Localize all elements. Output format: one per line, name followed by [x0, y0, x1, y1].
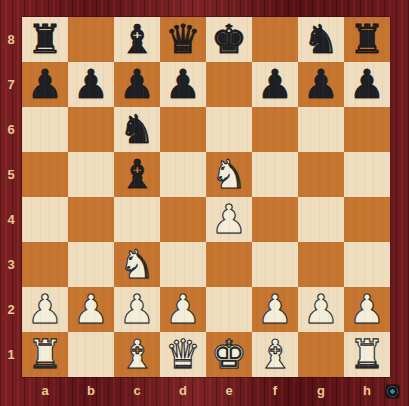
square-h6[interactable] — [344, 107, 390, 152]
square-c3[interactable]: ♞ — [114, 242, 160, 287]
piece-black-rook[interactable]: ♜ — [349, 17, 385, 62]
square-f1[interactable]: ♝ — [252, 332, 298, 377]
square-a4[interactable] — [22, 197, 68, 242]
square-f5[interactable] — [252, 152, 298, 197]
piece-white-king[interactable]: ♚ — [211, 332, 247, 377]
piece-white-pawn[interactable]: ♟ — [73, 287, 109, 332]
square-b6[interactable] — [68, 107, 114, 152]
square-b7[interactable]: ♟ — [68, 62, 114, 107]
square-b5[interactable] — [68, 152, 114, 197]
piece-white-pawn[interactable]: ♟ — [211, 197, 247, 242]
piece-black-pawn[interactable]: ♟ — [27, 62, 63, 107]
square-d5[interactable] — [160, 152, 206, 197]
square-c2[interactable]: ♟ — [114, 287, 160, 332]
piece-black-knight[interactable]: ♞ — [303, 17, 339, 62]
square-a8[interactable]: ♜ — [22, 17, 68, 62]
rank-label-1: 1 — [0, 332, 22, 377]
corner-dot-icon[interactable] — [386, 385, 399, 398]
rank-label-6: 6 — [0, 107, 22, 152]
square-a7[interactable]: ♟ — [22, 62, 68, 107]
file-label-a: a — [22, 377, 68, 406]
square-a3[interactable] — [22, 242, 68, 287]
square-g8[interactable]: ♞ — [298, 17, 344, 62]
piece-black-pawn[interactable]: ♟ — [303, 62, 339, 107]
piece-white-knight[interactable]: ♞ — [211, 152, 247, 197]
piece-white-pawn[interactable]: ♟ — [349, 287, 385, 332]
rank-label-3: 3 — [0, 242, 22, 287]
piece-white-pawn[interactable]: ♟ — [119, 287, 155, 332]
piece-black-bishop[interactable]: ♝ — [119, 152, 155, 197]
piece-black-knight[interactable]: ♞ — [119, 107, 155, 152]
piece-white-bishop[interactable]: ♝ — [257, 332, 293, 377]
square-h5[interactable] — [344, 152, 390, 197]
square-g5[interactable] — [298, 152, 344, 197]
piece-black-pawn[interactable]: ♟ — [257, 62, 293, 107]
square-b8[interactable] — [68, 17, 114, 62]
square-b2[interactable]: ♟ — [68, 287, 114, 332]
square-b1[interactable] — [68, 332, 114, 377]
square-c6[interactable]: ♞ — [114, 107, 160, 152]
square-e2[interactable] — [206, 287, 252, 332]
square-a6[interactable] — [22, 107, 68, 152]
square-f7[interactable]: ♟ — [252, 62, 298, 107]
square-h8[interactable]: ♜ — [344, 17, 390, 62]
square-h3[interactable] — [344, 242, 390, 287]
rank-label-2: 2 — [0, 287, 22, 332]
square-a2[interactable]: ♟ — [22, 287, 68, 332]
square-g4[interactable] — [298, 197, 344, 242]
file-label-c: c — [114, 377, 160, 406]
square-d7[interactable]: ♟ — [160, 62, 206, 107]
square-d4[interactable] — [160, 197, 206, 242]
square-c7[interactable]: ♟ — [114, 62, 160, 107]
square-h7[interactable]: ♟ — [344, 62, 390, 107]
square-g6[interactable] — [298, 107, 344, 152]
square-a5[interactable] — [22, 152, 68, 197]
piece-white-pawn[interactable]: ♟ — [165, 287, 201, 332]
file-label-g: g — [298, 377, 344, 406]
file-label-b: b — [68, 377, 114, 406]
piece-black-pawn[interactable]: ♟ — [165, 62, 201, 107]
square-b4[interactable] — [68, 197, 114, 242]
rank-label-7: 7 — [0, 62, 22, 107]
rank-label-8: 8 — [0, 17, 22, 62]
square-f4[interactable] — [252, 197, 298, 242]
rank-label-5: 5 — [0, 152, 22, 197]
chess-board: ♜♝♛♚♞♜♟♟♟♟♟♟♟♞♝♞♟♞♟♟♟♟♟♟♟♜♝♛♚♝♜ — [22, 17, 390, 377]
square-a1[interactable]: ♜ — [22, 332, 68, 377]
square-e3[interactable] — [206, 242, 252, 287]
piece-white-knight[interactable]: ♞ — [119, 242, 155, 287]
square-f3[interactable] — [252, 242, 298, 287]
square-h2[interactable]: ♟ — [344, 287, 390, 332]
square-g2[interactable]: ♟ — [298, 287, 344, 332]
piece-black-pawn[interactable]: ♟ — [119, 62, 155, 107]
file-label-h: h — [344, 377, 390, 406]
piece-white-queen[interactable]: ♛ — [165, 332, 201, 377]
square-g7[interactable]: ♟ — [298, 62, 344, 107]
square-b3[interactable] — [68, 242, 114, 287]
file-label-d: d — [160, 377, 206, 406]
square-f8[interactable] — [252, 17, 298, 62]
file-label-f: f — [252, 377, 298, 406]
piece-white-rook[interactable]: ♜ — [349, 332, 385, 377]
piece-black-rook[interactable]: ♜ — [27, 17, 63, 62]
file-label-e: e — [206, 377, 252, 406]
piece-white-bishop[interactable]: ♝ — [119, 332, 155, 377]
square-d3[interactable] — [160, 242, 206, 287]
square-e5[interactable]: ♞ — [206, 152, 252, 197]
square-c4[interactable] — [114, 197, 160, 242]
square-e1[interactable]: ♚ — [206, 332, 252, 377]
piece-black-pawn[interactable]: ♟ — [73, 62, 109, 107]
square-d8[interactable]: ♛ — [160, 17, 206, 62]
square-f6[interactable] — [252, 107, 298, 152]
square-d1[interactable]: ♛ — [160, 332, 206, 377]
square-e7[interactable] — [206, 62, 252, 107]
piece-black-king[interactable]: ♚ — [211, 17, 247, 62]
square-g3[interactable] — [298, 242, 344, 287]
piece-white-pawn[interactable]: ♟ — [257, 287, 293, 332]
square-c5[interactable]: ♝ — [114, 152, 160, 197]
piece-black-queen[interactable]: ♛ — [165, 17, 201, 62]
piece-black-pawn[interactable]: ♟ — [349, 62, 385, 107]
square-e6[interactable] — [206, 107, 252, 152]
piece-white-rook[interactable]: ♜ — [27, 332, 63, 377]
square-g1[interactable] — [298, 332, 344, 377]
square-c8[interactable]: ♝ — [114, 17, 160, 62]
piece-white-pawn[interactable]: ♟ — [303, 287, 339, 332]
square-h4[interactable] — [344, 197, 390, 242]
square-h1[interactable]: ♜ — [344, 332, 390, 377]
rank-label-4: 4 — [0, 197, 22, 242]
square-f2[interactable]: ♟ — [252, 287, 298, 332]
square-d6[interactable] — [160, 107, 206, 152]
square-e4[interactable]: ♟ — [206, 197, 252, 242]
square-d2[interactable]: ♟ — [160, 287, 206, 332]
piece-black-bishop[interactable]: ♝ — [119, 17, 155, 62]
piece-white-pawn[interactable]: ♟ — [27, 287, 63, 332]
board-frame: ♜♝♛♚♞♜♟♟♟♟♟♟♟♞♝♞♟♞♟♟♟♟♟♟♟♜♝♛♚♝♜ 87654321… — [0, 0, 409, 406]
square-e8[interactable]: ♚ — [206, 17, 252, 62]
square-c1[interactable]: ♝ — [114, 332, 160, 377]
